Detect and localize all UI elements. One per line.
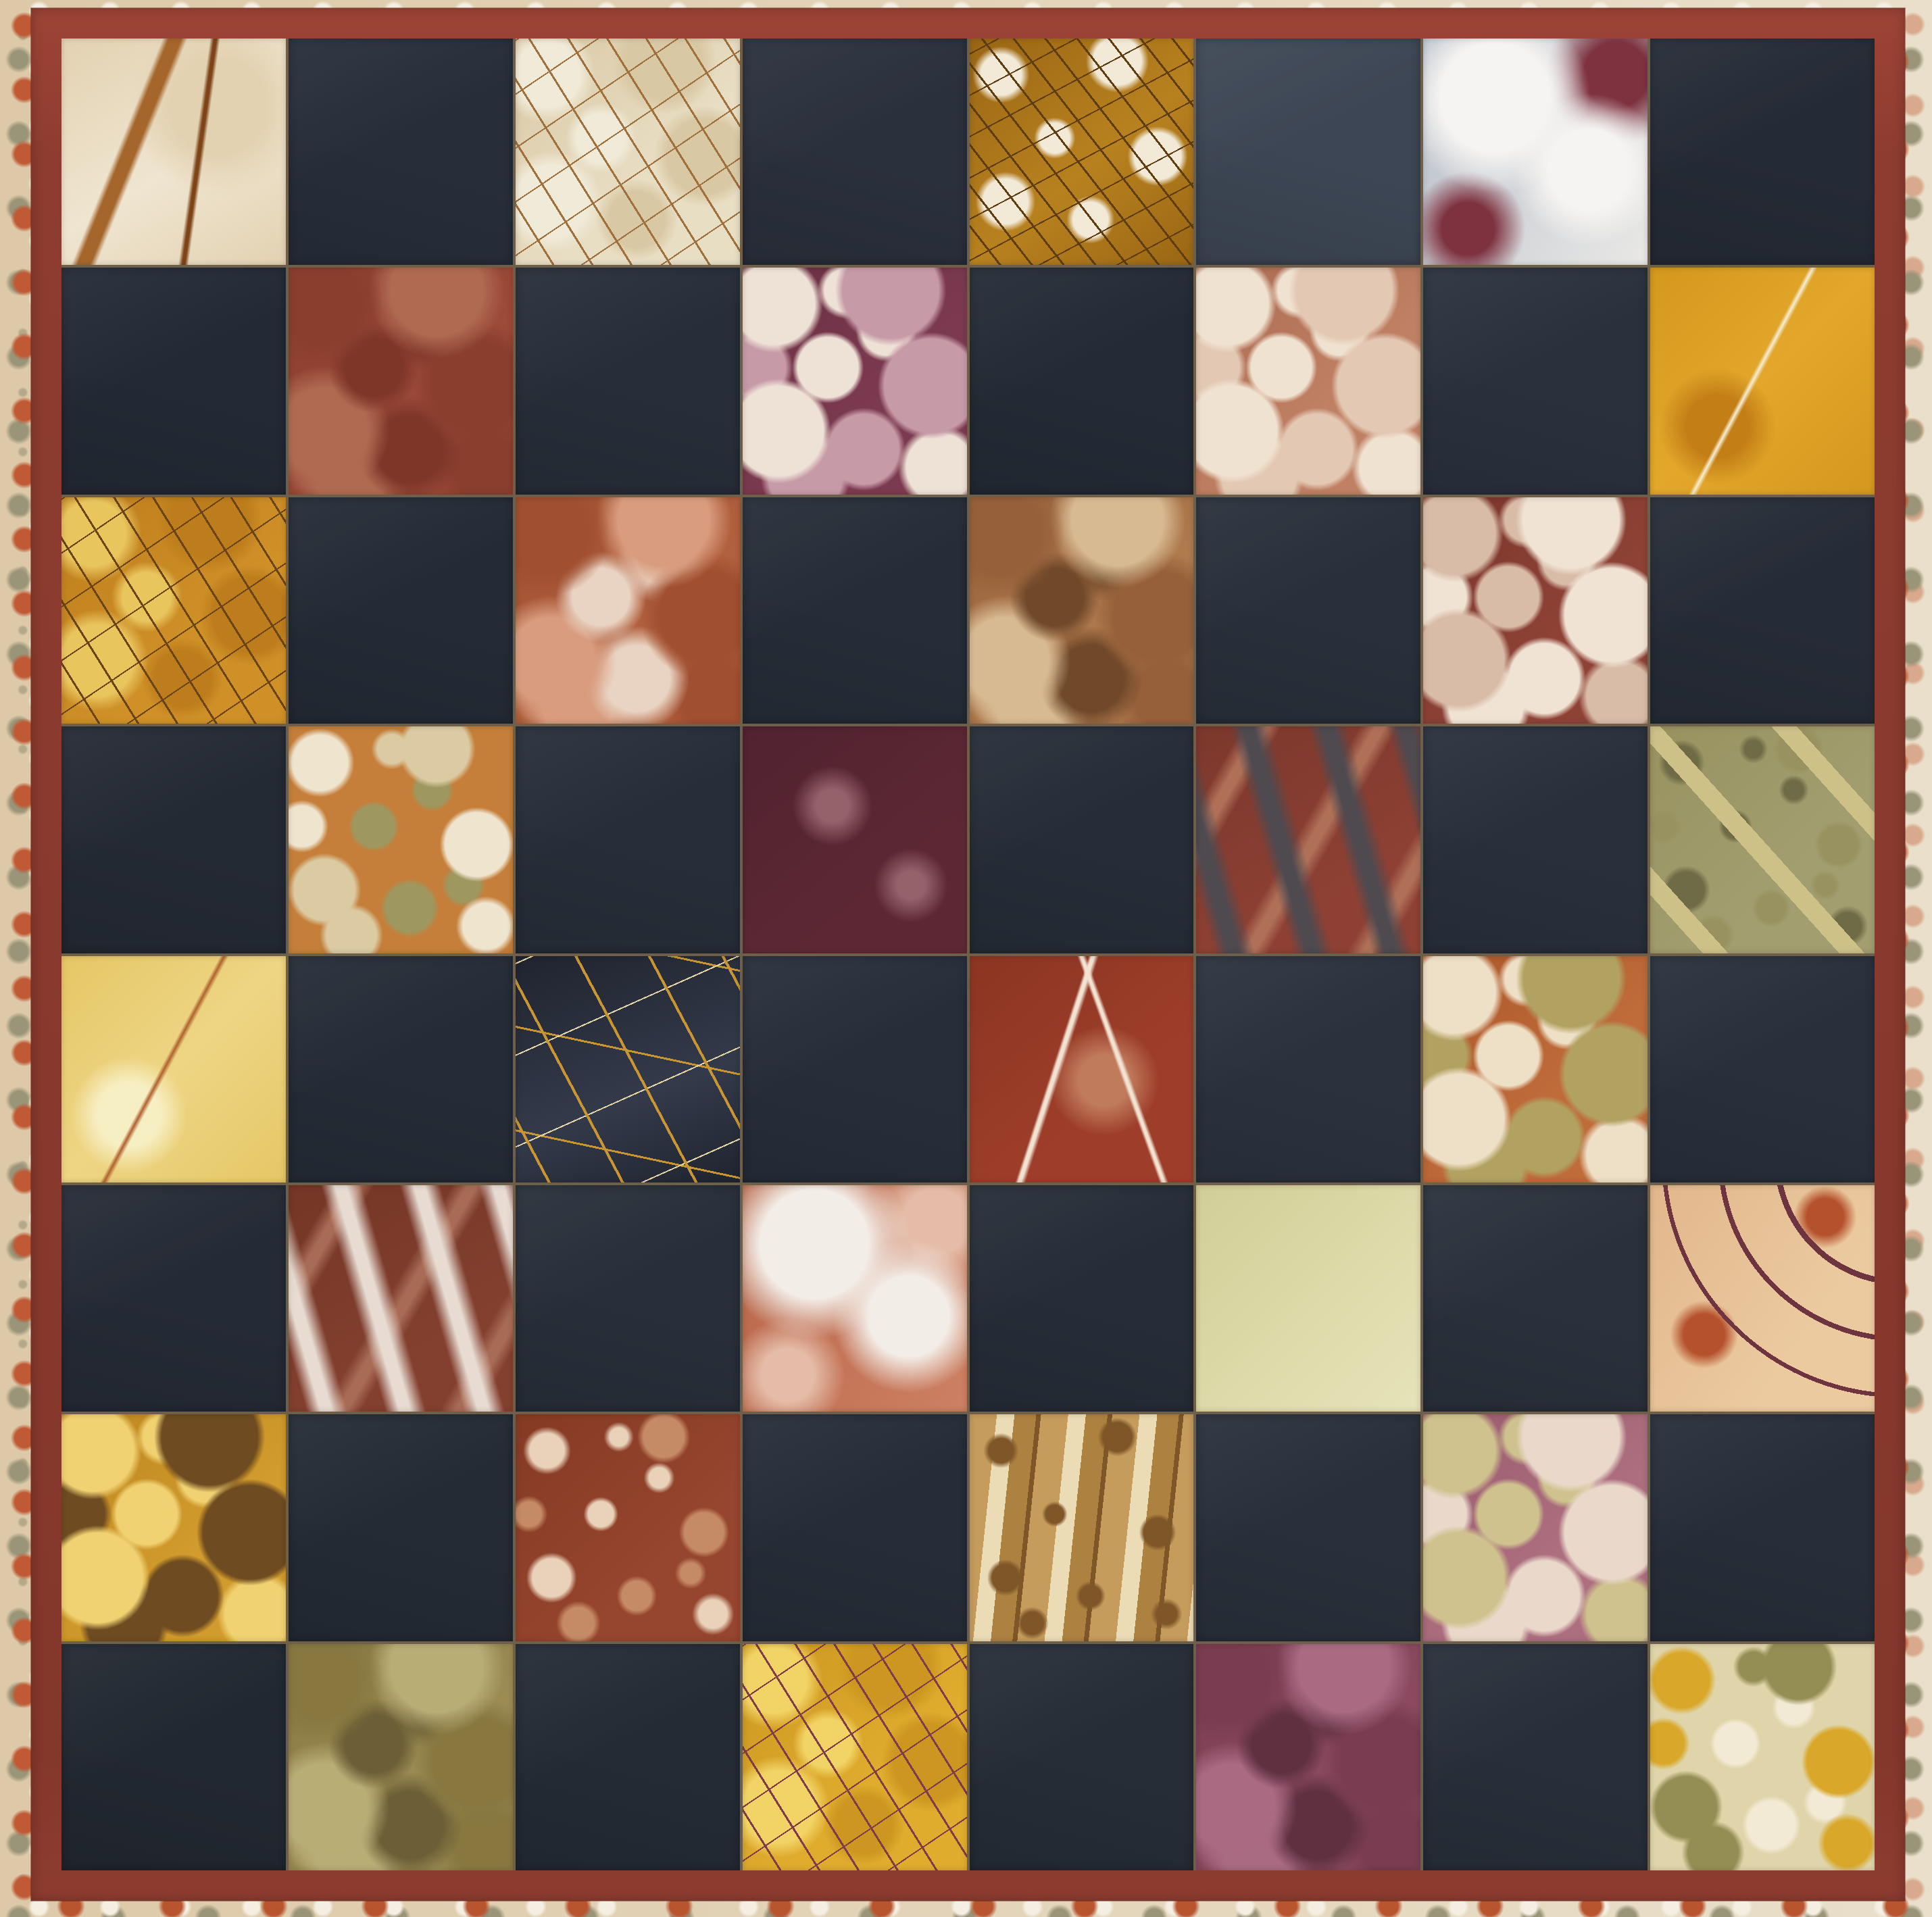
specimen-chessboard-photo: specimen marble chessboard (pietra dura)… [0, 0, 1932, 1917]
square-b1-specimen[interactable] [289, 1644, 513, 1870]
square-a2-specimen[interactable] [61, 1414, 286, 1641]
square-d5-specimen[interactable] [743, 726, 967, 953]
square-h4-slate[interactable] [1650, 956, 1875, 1182]
square-a3-slate[interactable] [61, 1185, 286, 1412]
square-b6-slate[interactable] [289, 497, 513, 724]
square-d1-specimen[interactable] [743, 1644, 967, 1870]
square-h8-slate[interactable] [1650, 39, 1875, 265]
square-d3-specimen[interactable] [743, 1185, 967, 1412]
chessboard [61, 39, 1875, 1870]
square-g1-slate[interactable] [1423, 1644, 1648, 1870]
square-g6-specimen[interactable] [1423, 497, 1648, 724]
square-g3-slate[interactable] [1423, 1185, 1648, 1412]
square-f5-specimen[interactable] [1196, 726, 1420, 953]
square-e8-specimen[interactable] [970, 39, 1194, 265]
square-e5-slate[interactable] [970, 726, 1194, 953]
square-h6-slate[interactable] [1650, 497, 1875, 724]
square-e1-slate[interactable] [970, 1644, 1194, 1870]
square-d4-slate[interactable] [743, 956, 967, 1182]
square-b3-specimen[interactable] [289, 1185, 513, 1412]
square-a1-slate[interactable] [61, 1644, 286, 1870]
square-a5-slate[interactable] [61, 726, 286, 953]
square-f1-specimen[interactable] [1196, 1644, 1420, 1870]
square-h5-specimen[interactable] [1650, 726, 1875, 953]
square-c2-specimen[interactable] [516, 1414, 740, 1641]
square-d2-slate[interactable] [743, 1414, 967, 1641]
square-d7-specimen[interactable] [743, 268, 967, 494]
square-e6-specimen[interactable] [970, 497, 1194, 724]
square-a6-specimen[interactable] [61, 497, 286, 724]
square-a4-specimen[interactable] [61, 956, 286, 1182]
board-frame [31, 8, 1905, 1901]
square-e4-specimen[interactable] [970, 956, 1194, 1182]
square-g4-specimen[interactable] [1423, 956, 1648, 1182]
square-f4-slate[interactable] [1196, 956, 1420, 1182]
square-b4-slate[interactable] [289, 956, 513, 1182]
square-g7-slate[interactable] [1423, 268, 1648, 494]
square-c8-specimen[interactable] [516, 39, 740, 265]
square-f7-specimen[interactable] [1196, 268, 1420, 494]
square-c1-slate[interactable] [516, 1644, 740, 1870]
square-b8-slate[interactable] [289, 39, 513, 265]
square-b7-specimen[interactable] [289, 268, 513, 494]
square-b5-specimen[interactable] [289, 726, 513, 953]
square-e2-specimen[interactable] [970, 1414, 1194, 1641]
square-f2-slate[interactable] [1196, 1414, 1420, 1641]
square-g8-specimen[interactable] [1423, 39, 1648, 265]
square-f3-specimen[interactable] [1196, 1185, 1420, 1412]
square-d6-slate[interactable] [743, 497, 967, 724]
square-c4-specimen[interactable] [516, 956, 740, 1182]
square-h1-specimen[interactable] [1650, 1644, 1875, 1870]
square-h3-specimen[interactable] [1650, 1185, 1875, 1412]
square-c5-slate[interactable] [516, 726, 740, 953]
square-c6-specimen[interactable] [516, 497, 740, 724]
square-a8-specimen[interactable] [61, 39, 286, 265]
square-d8-slate[interactable] [743, 39, 967, 265]
square-f8-slate[interactable] [1196, 39, 1420, 265]
square-a7-slate[interactable] [61, 268, 286, 494]
square-h7-specimen[interactable] [1650, 268, 1875, 494]
square-e3-slate[interactable] [970, 1185, 1194, 1412]
square-c3-slate[interactable] [516, 1185, 740, 1412]
square-f6-slate[interactable] [1196, 497, 1420, 724]
square-g2-specimen[interactable] [1423, 1414, 1648, 1641]
square-h2-slate[interactable] [1650, 1414, 1875, 1641]
square-c7-slate[interactable] [516, 268, 740, 494]
square-e7-slate[interactable] [970, 268, 1194, 494]
square-g5-slate[interactable] [1423, 726, 1648, 953]
square-b2-slate[interactable] [289, 1414, 513, 1641]
